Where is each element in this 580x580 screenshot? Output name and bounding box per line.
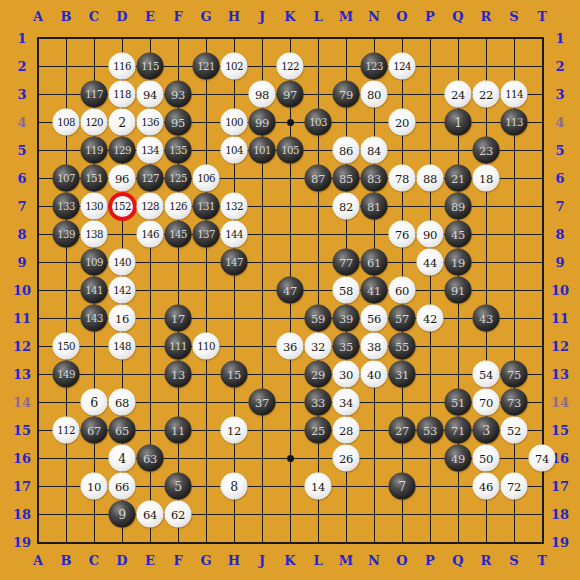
move-number: 83 [367, 171, 381, 185]
move-number: 108 [57, 117, 75, 128]
move-number: 64 [143, 507, 157, 521]
move-number: 44 [423, 255, 437, 269]
stone-H9-move-147: 147 [221, 249, 248, 276]
stone-M6-move-85: 85 [333, 165, 360, 192]
col-label-bottom-S: S [509, 554, 518, 567]
stone-K10-move-47: 47 [277, 277, 304, 304]
move-number: 147 [225, 257, 243, 268]
stone-Q14-move-51: 51 [445, 389, 472, 416]
move-number: 150 [57, 341, 75, 352]
move-number: 78 [395, 171, 409, 185]
move-number: 139 [57, 229, 75, 240]
stone-E2-move-115: 115 [137, 53, 164, 80]
star-point-K16 [287, 455, 294, 462]
stone-F8-move-145: 145 [165, 221, 192, 248]
stone-C6-move-151: 151 [81, 165, 108, 192]
stone-R5-move-23: 23 [473, 137, 500, 164]
col-label-bottom-B: B [61, 554, 72, 567]
stone-H5-move-104: 104 [221, 137, 248, 164]
stone-H4-move-100: 100 [221, 109, 248, 136]
stone-B8-move-139: 139 [53, 221, 80, 248]
move-number: 16 [115, 311, 129, 325]
stone-O12-move-55: 55 [389, 333, 416, 360]
move-number: 122 [281, 61, 299, 72]
move-number: 9 [118, 507, 126, 522]
move-number: 110 [197, 341, 215, 352]
move-number: 56 [367, 311, 381, 325]
stone-P6-move-88: 88 [417, 165, 444, 192]
stone-D10-move-142: 142 [109, 277, 136, 304]
move-number: 74 [535, 451, 549, 465]
move-number: 53 [423, 423, 437, 437]
move-number: 71 [451, 423, 465, 437]
move-number: 22 [479, 87, 493, 101]
move-number: 18 [479, 171, 493, 185]
move-number: 144 [225, 229, 243, 240]
stone-M15-move-28: 28 [333, 417, 360, 444]
stone-L14-move-33: 33 [305, 389, 332, 416]
stone-N13-move-40: 40 [361, 361, 388, 388]
stone-K2-move-122: 122 [277, 53, 304, 80]
stone-G7-move-131: 131 [193, 193, 220, 220]
col-label-bottom-C: C [89, 554, 99, 567]
stone-Q7-move-89: 89 [445, 193, 472, 220]
stone-Q16-move-49: 49 [445, 445, 472, 472]
stone-J3-move-98: 98 [249, 81, 276, 108]
move-number: 19 [451, 255, 465, 269]
stone-Q8-move-45: 45 [445, 221, 472, 248]
stone-S14-move-73: 73 [501, 389, 528, 416]
row-label-left-11: 11 [13, 312, 31, 325]
move-number: 51 [451, 395, 465, 409]
move-number: 135 [169, 145, 187, 156]
move-number: 107 [57, 173, 75, 184]
move-number: 41 [367, 283, 381, 297]
row-label-right-12: 12 [551, 340, 569, 353]
row-label-left-12: 12 [13, 340, 31, 353]
stone-M9-move-77: 77 [333, 249, 360, 276]
stone-S17-move-72: 72 [501, 473, 528, 500]
row-label-right-11: 11 [551, 312, 569, 325]
move-number: 67 [87, 423, 101, 437]
stone-R13-move-54: 54 [473, 361, 500, 388]
stone-N10-move-41: 41 [361, 277, 388, 304]
move-number: 60 [395, 283, 409, 297]
row-label-left-1: 1 [17, 32, 26, 45]
row-label-left-7: 7 [17, 200, 26, 213]
row-label-left-4: 4 [17, 116, 26, 129]
move-number: 100 [225, 117, 243, 128]
move-number: 27 [395, 423, 409, 437]
move-number: 75 [507, 367, 521, 381]
move-number: 128 [141, 201, 159, 212]
move-number: 72 [507, 479, 521, 493]
move-number: 112 [57, 425, 75, 436]
stone-O11-move-57: 57 [389, 305, 416, 332]
stone-C4-move-120: 120 [81, 109, 108, 136]
col-label-bottom-O: O [396, 554, 407, 567]
stone-N7-move-81: 81 [361, 193, 388, 220]
move-number: 61 [367, 255, 381, 269]
stone-B15-move-112: 112 [53, 417, 80, 444]
col-label-top-M: M [339, 10, 353, 23]
move-number: 126 [169, 201, 187, 212]
move-number: 80 [367, 87, 381, 101]
move-number: 20 [395, 115, 409, 129]
move-number: 138 [85, 229, 103, 240]
stone-S4-move-113: 113 [501, 109, 528, 136]
stone-R3-move-22: 22 [473, 81, 500, 108]
col-label-bottom-Q: Q [452, 554, 463, 567]
stone-C10-move-141: 141 [81, 277, 108, 304]
move-number: 42 [423, 311, 437, 325]
stone-D11-move-16: 16 [109, 305, 136, 332]
row-label-right-7: 7 [555, 200, 564, 213]
row-label-left-16: 16 [13, 452, 31, 465]
stone-M16-move-26: 26 [333, 445, 360, 472]
stone-H7-move-132: 132 [221, 193, 248, 220]
stone-E4-move-136: 136 [137, 109, 164, 136]
move-number: 120 [85, 117, 103, 128]
stone-P11-move-42: 42 [417, 305, 444, 332]
move-number: 140 [113, 257, 131, 268]
col-label-top-R: R [481, 10, 492, 23]
stone-C3-move-117: 117 [81, 81, 108, 108]
row-label-right-18: 18 [551, 508, 569, 521]
row-label-left-3: 3 [17, 88, 26, 101]
move-number: 29 [311, 367, 325, 381]
stone-O10-move-60: 60 [389, 277, 416, 304]
go-board-diagram: AABBCCDDEEFFGGHHJJKKLLMMNNOOPPQQRRSSTT11… [0, 0, 580, 580]
stone-T16-move-74: 74 [529, 445, 556, 472]
move-number: 102 [225, 61, 243, 72]
stone-J4-move-99: 99 [249, 109, 276, 136]
stone-Q4-move-1: 1 [445, 109, 472, 136]
col-label-bottom-P: P [425, 554, 435, 567]
col-label-top-H: H [228, 10, 240, 23]
move-number: 24 [451, 87, 465, 101]
col-label-bottom-A: A [33, 554, 43, 567]
col-label-bottom-F: F [173, 554, 182, 567]
stone-E18-move-64: 64 [137, 501, 164, 528]
move-number: 86 [339, 143, 353, 157]
row-label-right-8: 8 [555, 228, 564, 241]
stone-N3-move-80: 80 [361, 81, 388, 108]
stone-K12-move-36: 36 [277, 333, 304, 360]
move-number: 47 [283, 283, 297, 297]
row-label-left-19: 19 [13, 536, 31, 549]
stone-L12-move-32: 32 [305, 333, 332, 360]
stone-J14-move-37: 37 [249, 389, 276, 416]
stone-F6-move-125: 125 [165, 165, 192, 192]
stone-M10-move-58: 58 [333, 277, 360, 304]
stone-K3-move-97: 97 [277, 81, 304, 108]
stone-M14-move-34: 34 [333, 389, 360, 416]
stone-C7-move-130: 130 [81, 193, 108, 220]
row-label-right-19: 19 [551, 536, 569, 549]
move-number: 93 [171, 87, 185, 101]
stone-H15-move-12: 12 [221, 417, 248, 444]
move-number: 148 [113, 341, 131, 352]
row-label-right-10: 10 [551, 284, 569, 297]
move-number: 81 [367, 199, 381, 213]
move-number: 65 [115, 423, 129, 437]
row-label-right-14: 14 [551, 396, 569, 409]
move-number: 125 [169, 173, 187, 184]
row-label-right-4: 4 [555, 116, 564, 129]
stone-D17-move-66: 66 [109, 473, 136, 500]
col-label-bottom-R: R [481, 554, 492, 567]
stone-F7-move-126: 126 [165, 193, 192, 220]
stone-B4-move-108: 108 [53, 109, 80, 136]
move-number: 76 [395, 227, 409, 241]
col-label-top-O: O [396, 10, 407, 23]
col-label-bottom-N: N [368, 554, 380, 567]
stone-G2-move-121: 121 [193, 53, 220, 80]
row-label-right-15: 15 [551, 424, 569, 437]
stone-L11-move-59: 59 [305, 305, 332, 332]
stone-F11-move-17: 17 [165, 305, 192, 332]
row-label-left-10: 10 [13, 284, 31, 297]
col-label-bottom-L: L [313, 554, 322, 567]
col-label-top-A: A [33, 10, 43, 23]
stone-L4-move-103: 103 [305, 109, 332, 136]
stone-N5-move-84: 84 [361, 137, 388, 164]
col-label-top-D: D [116, 10, 127, 23]
stone-M12-move-35: 35 [333, 333, 360, 360]
move-number: 137 [197, 229, 215, 240]
row-label-right-9: 9 [555, 256, 564, 269]
move-number: 134 [141, 145, 159, 156]
move-number: 49 [451, 451, 465, 465]
row-label-right-3: 3 [555, 88, 564, 101]
col-label-top-B: B [61, 10, 72, 23]
move-number: 40 [367, 367, 381, 381]
stone-L17-move-14: 14 [305, 473, 332, 500]
col-label-bottom-E: E [145, 554, 155, 567]
move-number: 82 [339, 199, 353, 213]
move-number: 149 [57, 369, 75, 380]
move-number: 37 [255, 395, 269, 409]
move-number: 88 [423, 171, 437, 185]
move-number: 10 [87, 479, 101, 493]
stone-E7-move-128: 128 [137, 193, 164, 220]
stone-M3-move-79: 79 [333, 81, 360, 108]
stone-L15-move-25: 25 [305, 417, 332, 444]
row-label-left-15: 15 [13, 424, 31, 437]
stone-N6-move-83: 83 [361, 165, 388, 192]
stone-D6-move-96: 96 [109, 165, 136, 192]
stone-D2-move-116: 116 [109, 53, 136, 80]
move-number: 98 [255, 87, 269, 101]
move-number: 57 [395, 311, 409, 325]
stone-G8-move-137: 137 [193, 221, 220, 248]
stone-Q9-move-19: 19 [445, 249, 472, 276]
stone-H2-move-102: 102 [221, 53, 248, 80]
stone-C15-move-67: 67 [81, 417, 108, 444]
move-number: 45 [451, 227, 465, 241]
move-number: 25 [311, 423, 325, 437]
stone-C5-move-119: 119 [81, 137, 108, 164]
stone-M5-move-86: 86 [333, 137, 360, 164]
stone-J5-move-101: 101 [249, 137, 276, 164]
stone-S13-move-75: 75 [501, 361, 528, 388]
move-number: 129 [113, 145, 131, 156]
move-number: 123 [365, 61, 383, 72]
row-label-right-1: 1 [555, 32, 564, 45]
stone-B6-move-107: 107 [53, 165, 80, 192]
stone-E16-move-63: 63 [137, 445, 164, 472]
row-label-left-2: 2 [17, 60, 26, 73]
move-number: 89 [451, 199, 465, 213]
col-label-bottom-J: J [259, 554, 265, 567]
row-label-left-14: 14 [13, 396, 31, 409]
move-number: 145 [169, 229, 187, 240]
move-number: 118 [113, 89, 131, 100]
move-number: 2 [118, 115, 126, 130]
move-number: 142 [113, 285, 131, 296]
col-label-top-G: G [200, 10, 211, 23]
stone-B7-move-133: 133 [53, 193, 80, 220]
move-number: 68 [115, 395, 129, 409]
grid-line [38, 374, 543, 375]
move-number: 7 [398, 479, 406, 494]
move-number: 113 [505, 117, 523, 128]
move-number: 132 [225, 201, 243, 212]
move-number: 23 [479, 143, 493, 157]
move-number: 38 [367, 339, 381, 353]
move-number: 62 [171, 507, 185, 521]
stone-D16-move-4: 4 [109, 445, 136, 472]
col-label-top-T: T [537, 10, 547, 23]
stone-Q6-move-21: 21 [445, 165, 472, 192]
move-number: 54 [479, 367, 493, 381]
move-number: 12 [227, 423, 241, 437]
col-label-bottom-D: D [116, 554, 127, 567]
stone-F17-move-5: 5 [165, 473, 192, 500]
row-label-right-2: 2 [555, 60, 564, 73]
stone-L13-move-29: 29 [305, 361, 332, 388]
stone-F12-move-111: 111 [165, 333, 192, 360]
stone-C14-move-6: 6 [81, 389, 108, 416]
stone-P8-move-90: 90 [417, 221, 444, 248]
move-number: 104 [225, 145, 243, 156]
move-number: 17 [171, 311, 185, 325]
move-number: 117 [85, 89, 103, 100]
move-number: 94 [143, 87, 157, 101]
move-number: 13 [171, 367, 185, 381]
stone-F15-move-11: 11 [165, 417, 192, 444]
move-number: 26 [339, 451, 353, 465]
stone-N12-move-38: 38 [361, 333, 388, 360]
col-label-bottom-H: H [228, 554, 240, 567]
move-number: 90 [423, 227, 437, 241]
grid-line [430, 38, 431, 543]
move-number: 124 [393, 61, 411, 72]
stone-D14-move-68: 68 [109, 389, 136, 416]
move-number: 30 [339, 367, 353, 381]
stone-C9-move-109: 109 [81, 249, 108, 276]
move-number: 34 [339, 395, 353, 409]
move-number: 127 [141, 173, 159, 184]
stone-N9-move-61: 61 [361, 249, 388, 276]
stone-S15-move-52: 52 [501, 417, 528, 444]
row-label-right-5: 5 [555, 144, 564, 157]
move-number: 97 [283, 87, 297, 101]
col-label-top-L: L [313, 10, 322, 23]
row-label-right-17: 17 [551, 480, 569, 493]
stone-D7-move-152: 152 [109, 193, 136, 220]
stone-C17-move-10: 10 [81, 473, 108, 500]
stone-H17-move-8: 8 [221, 473, 248, 500]
move-number: 5 [174, 479, 182, 494]
stone-C8-move-138: 138 [81, 221, 108, 248]
stone-E8-move-146: 146 [137, 221, 164, 248]
move-number: 32 [311, 339, 325, 353]
stone-O4-move-20: 20 [389, 109, 416, 136]
stone-E3-move-94: 94 [137, 81, 164, 108]
stone-O15-move-27: 27 [389, 417, 416, 444]
move-number: 136 [141, 117, 159, 128]
row-label-left-8: 8 [17, 228, 26, 241]
move-number: 33 [311, 395, 325, 409]
move-number: 95 [171, 115, 185, 129]
stone-G6-move-106: 106 [193, 165, 220, 192]
move-number: 151 [85, 173, 103, 184]
col-label-top-S: S [509, 10, 518, 23]
stone-O13-move-31: 31 [389, 361, 416, 388]
move-number: 55 [395, 339, 409, 353]
move-number: 63 [143, 451, 157, 465]
stone-D5-move-129: 129 [109, 137, 136, 164]
move-number: 3 [482, 423, 490, 438]
stone-D9-move-140: 140 [109, 249, 136, 276]
move-number: 111 [169, 341, 187, 352]
stone-E6-move-127: 127 [137, 165, 164, 192]
move-number: 52 [507, 423, 521, 437]
move-number: 46 [479, 479, 493, 493]
move-number: 91 [451, 283, 465, 297]
row-label-left-13: 13 [13, 368, 31, 381]
stone-R14-move-70: 70 [473, 389, 500, 416]
move-number: 105 [281, 145, 299, 156]
stone-R15-move-3: 3 [473, 417, 500, 444]
move-number: 21 [451, 171, 465, 185]
move-number: 146 [141, 229, 159, 240]
move-number: 103 [309, 117, 327, 128]
move-number: 50 [479, 451, 493, 465]
move-number: 39 [339, 311, 353, 325]
move-number: 85 [339, 171, 353, 185]
move-number: 121 [197, 61, 215, 72]
move-number: 31 [395, 367, 409, 381]
move-number: 15 [227, 367, 241, 381]
stone-P9-move-44: 44 [417, 249, 444, 276]
move-number: 109 [85, 257, 103, 268]
move-number: 101 [253, 145, 271, 156]
move-number: 84 [367, 143, 381, 157]
move-number: 99 [255, 115, 269, 129]
col-label-top-C: C [89, 10, 99, 23]
stone-C11-move-143: 143 [81, 305, 108, 332]
move-number: 4 [118, 451, 126, 466]
stone-L6-move-87: 87 [305, 165, 332, 192]
row-label-right-6: 6 [555, 172, 564, 185]
move-number: 28 [339, 423, 353, 437]
stone-Q3-move-24: 24 [445, 81, 472, 108]
star-point-K4 [287, 119, 294, 126]
col-label-top-J: J [259, 10, 265, 23]
